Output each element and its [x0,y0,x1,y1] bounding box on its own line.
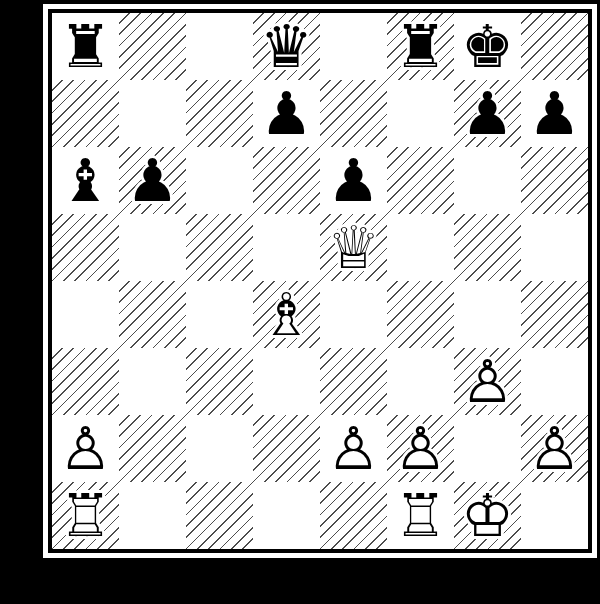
piece-glyph: ♟ [320,147,387,214]
white-pawn-f2[interactable]: ♟♙ [387,415,454,482]
square-f6[interactable] [387,147,454,214]
piece-outline: ♙ [320,415,387,482]
white-pawn-g3[interactable]: ♟♙ [454,348,521,415]
square-b1[interactable] [119,482,186,549]
square-b2[interactable] [119,415,186,482]
black-pawn-d7[interactable]: ♟ [253,80,320,147]
black-queen-d8[interactable]: ♛ [253,13,320,80]
piece-outline: ♖ [387,482,454,549]
square-d8[interactable]: ♛ [253,13,320,80]
piece-glyph: ♜ [52,13,119,80]
piece-glyph: ♜ [387,13,454,80]
square-c8[interactable] [186,13,253,80]
chess-board-frame: ♜♛♜♚♟♟♟♝♟♟♛♕♝♗♟♙♟♙♟♙♟♙♟♙♜♖♜♖♚♔ [48,9,592,553]
square-g1[interactable]: ♚♔ [454,482,521,549]
square-c3[interactable] [186,348,253,415]
square-h4[interactable] [521,281,588,348]
square-h3[interactable] [521,348,588,415]
white-bishop-d4[interactable]: ♝♗ [253,281,320,348]
square-b8[interactable] [119,13,186,80]
square-h6[interactable] [521,147,588,214]
square-b5[interactable] [119,214,186,281]
square-b6[interactable]: ♟ [119,147,186,214]
square-a2[interactable]: ♟♙ [52,415,119,482]
black-rook-a8[interactable]: ♜ [52,13,119,80]
square-g2[interactable] [454,415,521,482]
square-f1[interactable]: ♜♖ [387,482,454,549]
square-f3[interactable] [387,348,454,415]
piece-outline: ♙ [387,415,454,482]
piece-outline: ♖ [52,482,119,549]
square-a3[interactable] [52,348,119,415]
square-h2[interactable]: ♟♙ [521,415,588,482]
square-d6[interactable] [253,147,320,214]
square-g5[interactable] [454,214,521,281]
square-c5[interactable] [186,214,253,281]
square-e3[interactable] [320,348,387,415]
square-e8[interactable] [320,13,387,80]
square-a7[interactable] [52,80,119,147]
square-f7[interactable] [387,80,454,147]
square-a5[interactable] [52,214,119,281]
square-c2[interactable] [186,415,253,482]
white-king-g1[interactable]: ♚♔ [454,482,521,549]
black-king-g8[interactable]: ♚ [454,13,521,80]
square-f8[interactable]: ♜ [387,13,454,80]
chess-board-panel: ♜♛♜♚♟♟♟♝♟♟♛♕♝♗♟♙♟♙♟♙♟♙♟♙♜♖♜♖♚♔ [43,4,597,558]
square-e1[interactable] [320,482,387,549]
piece-outline: ♙ [454,348,521,415]
square-d4[interactable]: ♝♗ [253,281,320,348]
piece-glyph: ♛ [253,13,320,80]
piece-outline: ♙ [52,415,119,482]
square-a6[interactable]: ♝ [52,147,119,214]
black-bishop-a6[interactable]: ♝ [52,147,119,214]
square-h5[interactable] [521,214,588,281]
square-f2[interactable]: ♟♙ [387,415,454,482]
square-a4[interactable] [52,281,119,348]
piece-glyph: ♟ [454,80,521,147]
square-b7[interactable] [119,80,186,147]
square-e4[interactable] [320,281,387,348]
white-rook-a1[interactable]: ♜♖ [52,482,119,549]
white-pawn-h2[interactable]: ♟♙ [521,415,588,482]
white-queen-e5[interactable]: ♛♕ [320,214,387,281]
white-rook-f1[interactable]: ♜♖ [387,482,454,549]
square-f5[interactable] [387,214,454,281]
square-g8[interactable]: ♚ [454,13,521,80]
black-pawn-e6[interactable]: ♟ [320,147,387,214]
black-pawn-h7[interactable]: ♟ [521,80,588,147]
piece-outline: ♕ [320,214,387,281]
square-d1[interactable] [253,482,320,549]
white-pawn-e2[interactable]: ♟♙ [320,415,387,482]
square-d5[interactable] [253,214,320,281]
square-d7[interactable]: ♟ [253,80,320,147]
square-c1[interactable] [186,482,253,549]
square-f4[interactable] [387,281,454,348]
piece-outline: ♔ [454,482,521,549]
piece-glyph: ♟ [521,80,588,147]
square-d2[interactable] [253,415,320,482]
square-g3[interactable]: ♟♙ [454,348,521,415]
square-g4[interactable] [454,281,521,348]
square-e7[interactable] [320,80,387,147]
piece-outline: ♙ [521,415,588,482]
black-rook-f8[interactable]: ♜ [387,13,454,80]
piece-glyph: ♝ [52,147,119,214]
square-b4[interactable] [119,281,186,348]
square-c7[interactable] [186,80,253,147]
piece-outline: ♗ [253,281,320,348]
white-pawn-a2[interactable]: ♟♙ [52,415,119,482]
square-c6[interactable] [186,147,253,214]
square-g6[interactable] [454,147,521,214]
square-e6[interactable]: ♟ [320,147,387,214]
page-background: ♜♛♜♚♟♟♟♝♟♟♛♕♝♗♟♙♟♙♟♙♟♙♟♙♜♖♜♖♚♔ [0,0,600,604]
square-h1[interactable] [521,482,588,549]
square-g7[interactable]: ♟ [454,80,521,147]
square-c4[interactable] [186,281,253,348]
piece-glyph: ♚ [454,13,521,80]
square-e5[interactable]: ♛♕ [320,214,387,281]
square-e2[interactable]: ♟♙ [320,415,387,482]
piece-glyph: ♟ [253,80,320,147]
black-pawn-g7[interactable]: ♟ [454,80,521,147]
piece-glyph: ♟ [119,147,186,214]
square-a8[interactable]: ♜ [52,13,119,80]
square-b3[interactable] [119,348,186,415]
square-h8[interactable] [521,13,588,80]
black-pawn-b6[interactable]: ♟ [119,147,186,214]
square-h7[interactable]: ♟ [521,80,588,147]
square-d3[interactable] [253,348,320,415]
square-a1[interactable]: ♜♖ [52,482,119,549]
chess-board: ♜♛♜♚♟♟♟♝♟♟♛♕♝♗♟♙♟♙♟♙♟♙♟♙♜♖♜♖♚♔ [52,13,588,549]
